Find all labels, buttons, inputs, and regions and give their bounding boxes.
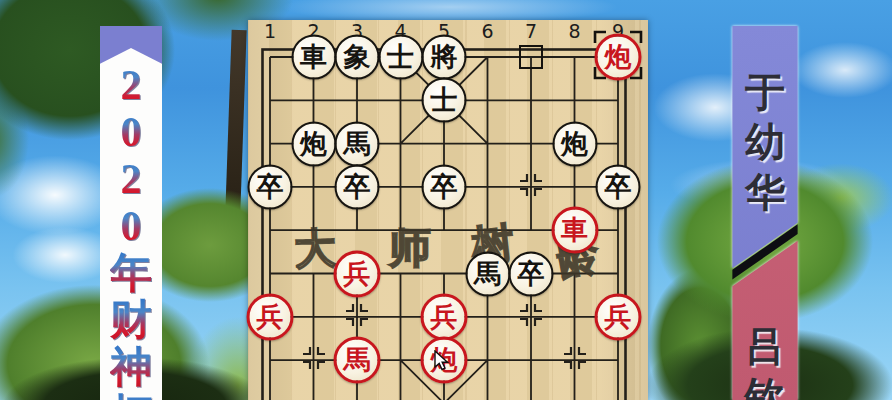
event-title-char: 财 [110,297,152,344]
player-name-char: 幼 [745,118,785,168]
piece-black-cannon[interactable]: 炮 [552,121,597,166]
point-marker [301,345,327,375]
piece-red-horse[interactable]: 馬 [334,337,381,384]
piece-black-pawn[interactable]: 卒 [596,164,641,209]
point-marker [518,172,544,202]
event-title-char: 年 [110,250,152,297]
piece-black-advisor[interactable]: 士 [422,78,467,123]
column-label-7: 7 [525,20,537,42]
piece-red-pawn[interactable]: 兵 [595,293,642,340]
column-label-6: 6 [481,20,493,42]
piece-black-general[interactable]: 將 [422,35,467,80]
piece-black-pawn[interactable]: 卒 [335,164,380,209]
event-title-char: 2 [121,62,142,109]
event-title: 2020年财神杯 [100,62,162,400]
piece-black-advisor[interactable]: 士 [378,35,423,80]
piece-black-chariot[interactable]: 車 [291,35,336,80]
piece-red-pawn[interactable]: 兵 [247,293,294,340]
watermark-char: 大 [293,220,337,277]
black-player-name: 于幼华 [731,68,799,218]
piece-black-pawn[interactable]: 卒 [422,164,467,209]
scene: 123456789 大师树龄 車象士將炮士炮馬炮卒卒卒卒車兵馬卒兵兵兵馬炮 20… [0,0,892,400]
player-name-char: 华 [745,168,785,218]
player-name-char: 吕 [745,322,785,372]
red-player-name: 吕钦 [731,322,799,400]
event-title-char: 0 [121,109,142,156]
player-name-char: 于 [745,68,785,118]
piece-black-pawn[interactable]: 卒 [509,251,554,296]
piece-black-cannon[interactable]: 炮 [291,121,336,166]
column-label-8: 8 [568,20,580,42]
point-marker [518,302,544,332]
last-move-from-marker [519,45,543,69]
xiangqi-board[interactable]: 123456789 大师树龄 車象士將炮士炮馬炮卒卒卒卒車兵馬卒兵兵兵馬炮 [248,20,648,400]
event-title-char: 杯 [110,391,152,400]
piece-black-elephant[interactable]: 象 [335,35,380,80]
mouse-cursor [433,350,453,372]
point-marker [562,345,588,375]
watermark-char: 师 [389,220,431,276]
player-name-char: 钦 [745,372,785,400]
piece-red-chariot[interactable]: 車 [551,207,598,254]
piece-black-horse[interactable]: 馬 [335,121,380,166]
piece-black-horse[interactable]: 馬 [465,251,510,296]
column-label-1: 1 [264,20,276,42]
piece-red-cannon[interactable]: 炮 [595,34,642,81]
players-banner: 于幼华 吕钦 [731,26,799,400]
piece-black-pawn[interactable]: 卒 [248,164,293,209]
tree-trunk [224,30,246,240]
event-title-char: 0 [121,203,142,250]
event-title-char: 2 [121,156,142,203]
event-title-char: 神 [110,344,152,391]
point-marker [344,302,370,332]
piece-red-pawn[interactable]: 兵 [334,250,381,297]
piece-red-pawn[interactable]: 兵 [421,293,468,340]
